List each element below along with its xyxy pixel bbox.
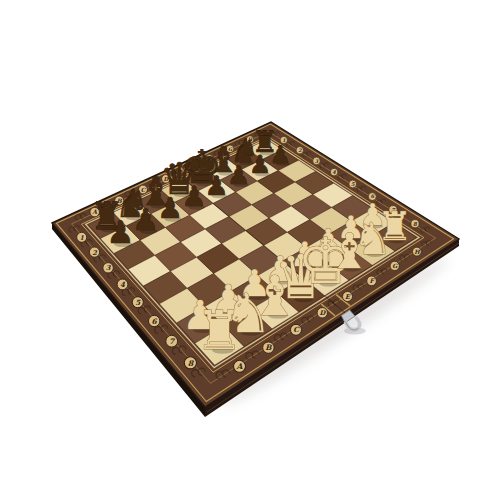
svg-text:6: 6 — [152, 317, 158, 326]
svg-text:1: 1 — [79, 234, 84, 242]
coord-medallion-4: 4 — [117, 279, 128, 290]
svg-text:B: B — [265, 343, 272, 352]
coord-medallion-8: 8 — [411, 220, 419, 228]
piece-black-pawn-b2: ♟ — [132, 202, 159, 237]
piece-black-pawn-g2: ♟ — [249, 150, 271, 179]
chess-set-photo: AA11BB22CC33DD44EE55FF66GG77HH88♜♞♝♛♚♝♞♜… — [0, 0, 500, 500]
chess-board-photo: AA11BB22CC33DD44EE55FF66GG77HH88♜♞♝♛♚♝♞♜… — [0, 0, 500, 500]
piece-black-pawn-e2: ♟ — [205, 170, 229, 201]
coord-medallion-3: 3 — [103, 263, 113, 273]
coord-medallion-3: 3 — [313, 157, 321, 165]
coord-medallion-1: 1 — [77, 232, 87, 242]
svg-text:4: 4 — [332, 169, 336, 175]
svg-text:A: A — [235, 362, 243, 371]
coord-medallion-5: 5 — [349, 180, 357, 188]
product-photo-canvas: AA11BB22CC33DD44EE55FF66GG77HH88♜♞♝♛♚♝♞♜… — [0, 0, 500, 500]
piece-black-pawn-d2: ♟ — [181, 180, 206, 213]
coord-medallion-5: 5 — [132, 297, 143, 308]
coord-medallion-H: H — [413, 247, 422, 256]
coord-medallion-2: 2 — [89, 247, 99, 257]
piece-black-pawn-c2: ♟ — [157, 191, 183, 225]
piece-black-pawn-h2: ♟ — [270, 141, 292, 169]
coord-medallion-6: 6 — [149, 315, 160, 326]
piece-black-pawn-a2: ♟ — [106, 214, 134, 250]
piece-white-rook-h8: ♜ — [377, 203, 412, 249]
svg-text:5: 5 — [351, 181, 355, 187]
coord-medallion-4: 4 — [330, 168, 338, 176]
piece-black-pawn-f2: ♟ — [227, 160, 250, 190]
coord-medallion-2: 2 — [296, 147, 303, 154]
coord-medallion-7: 7 — [166, 335, 178, 347]
svg-text:3: 3 — [315, 158, 319, 164]
